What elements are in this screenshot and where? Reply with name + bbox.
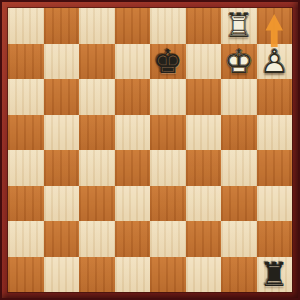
square-d4[interactable]: [115, 150, 151, 186]
square-g5[interactable]: [221, 115, 257, 151]
square-f5[interactable]: [186, 115, 222, 151]
square-a6[interactable]: [8, 79, 44, 115]
square-e4[interactable]: [150, 150, 186, 186]
square-e1[interactable]: [150, 257, 186, 293]
square-g2[interactable]: [221, 221, 257, 257]
square-b2[interactable]: [44, 221, 80, 257]
square-b3[interactable]: [44, 186, 80, 222]
square-a1[interactable]: [8, 257, 44, 293]
square-g8[interactable]: ♜: [221, 8, 257, 44]
white-king[interactable]: ♚: [221, 44, 257, 80]
square-b1[interactable]: [44, 257, 80, 293]
square-e6[interactable]: [150, 79, 186, 115]
square-d6[interactable]: [115, 79, 151, 115]
square-f1[interactable]: [186, 257, 222, 293]
square-d2[interactable]: [115, 221, 151, 257]
square-d8[interactable]: [115, 8, 151, 44]
square-c4[interactable]: [79, 150, 115, 186]
square-e5[interactable]: [150, 115, 186, 151]
square-d1[interactable]: [115, 257, 151, 293]
black-rook[interactable]: ♜: [257, 257, 293, 293]
square-h6[interactable]: [257, 79, 293, 115]
square-h8[interactable]: [257, 8, 293, 44]
square-h3[interactable]: [257, 186, 293, 222]
square-f6[interactable]: [186, 79, 222, 115]
square-e8[interactable]: [150, 8, 186, 44]
square-b6[interactable]: [44, 79, 80, 115]
square-c3[interactable]: [79, 186, 115, 222]
square-b8[interactable]: [44, 8, 80, 44]
square-a2[interactable]: [8, 221, 44, 257]
white-rook[interactable]: ♜: [221, 8, 257, 44]
square-e2[interactable]: [150, 221, 186, 257]
white-pawn[interactable]: ♟: [257, 44, 293, 80]
square-d7[interactable]: [115, 44, 151, 80]
square-h1[interactable]: ♜: [257, 257, 293, 293]
square-c2[interactable]: [79, 221, 115, 257]
square-a8[interactable]: [8, 8, 44, 44]
square-e7[interactable]: ♚: [150, 44, 186, 80]
square-b4[interactable]: [44, 150, 80, 186]
square-g6[interactable]: [221, 79, 257, 115]
square-b7[interactable]: [44, 44, 80, 80]
square-c5[interactable]: [79, 115, 115, 151]
square-b5[interactable]: [44, 115, 80, 151]
square-f3[interactable]: [186, 186, 222, 222]
square-d5[interactable]: [115, 115, 151, 151]
black-king[interactable]: ♚: [150, 44, 186, 80]
square-h5[interactable]: [257, 115, 293, 151]
square-h2[interactable]: [257, 221, 293, 257]
square-a7[interactable]: [8, 44, 44, 80]
square-g1[interactable]: [221, 257, 257, 293]
square-c7[interactable]: [79, 44, 115, 80]
chess-board-frame: ♜♚♚♟♜: [0, 0, 300, 300]
chess-board: ♜♚♚♟♜: [8, 8, 292, 292]
square-h4[interactable]: [257, 150, 293, 186]
square-d3[interactable]: [115, 186, 151, 222]
square-a4[interactable]: [8, 150, 44, 186]
square-g3[interactable]: [221, 186, 257, 222]
square-c6[interactable]: [79, 79, 115, 115]
square-g4[interactable]: [221, 150, 257, 186]
square-h7[interactable]: ♟: [257, 44, 293, 80]
square-a5[interactable]: [8, 115, 44, 151]
square-f2[interactable]: [186, 221, 222, 257]
square-f4[interactable]: [186, 150, 222, 186]
square-c8[interactable]: [79, 8, 115, 44]
square-a3[interactable]: [8, 186, 44, 222]
square-e3[interactable]: [150, 186, 186, 222]
square-g7[interactable]: ♚: [221, 44, 257, 80]
square-f7[interactable]: [186, 44, 222, 80]
square-f8[interactable]: [186, 8, 222, 44]
square-c1[interactable]: [79, 257, 115, 293]
